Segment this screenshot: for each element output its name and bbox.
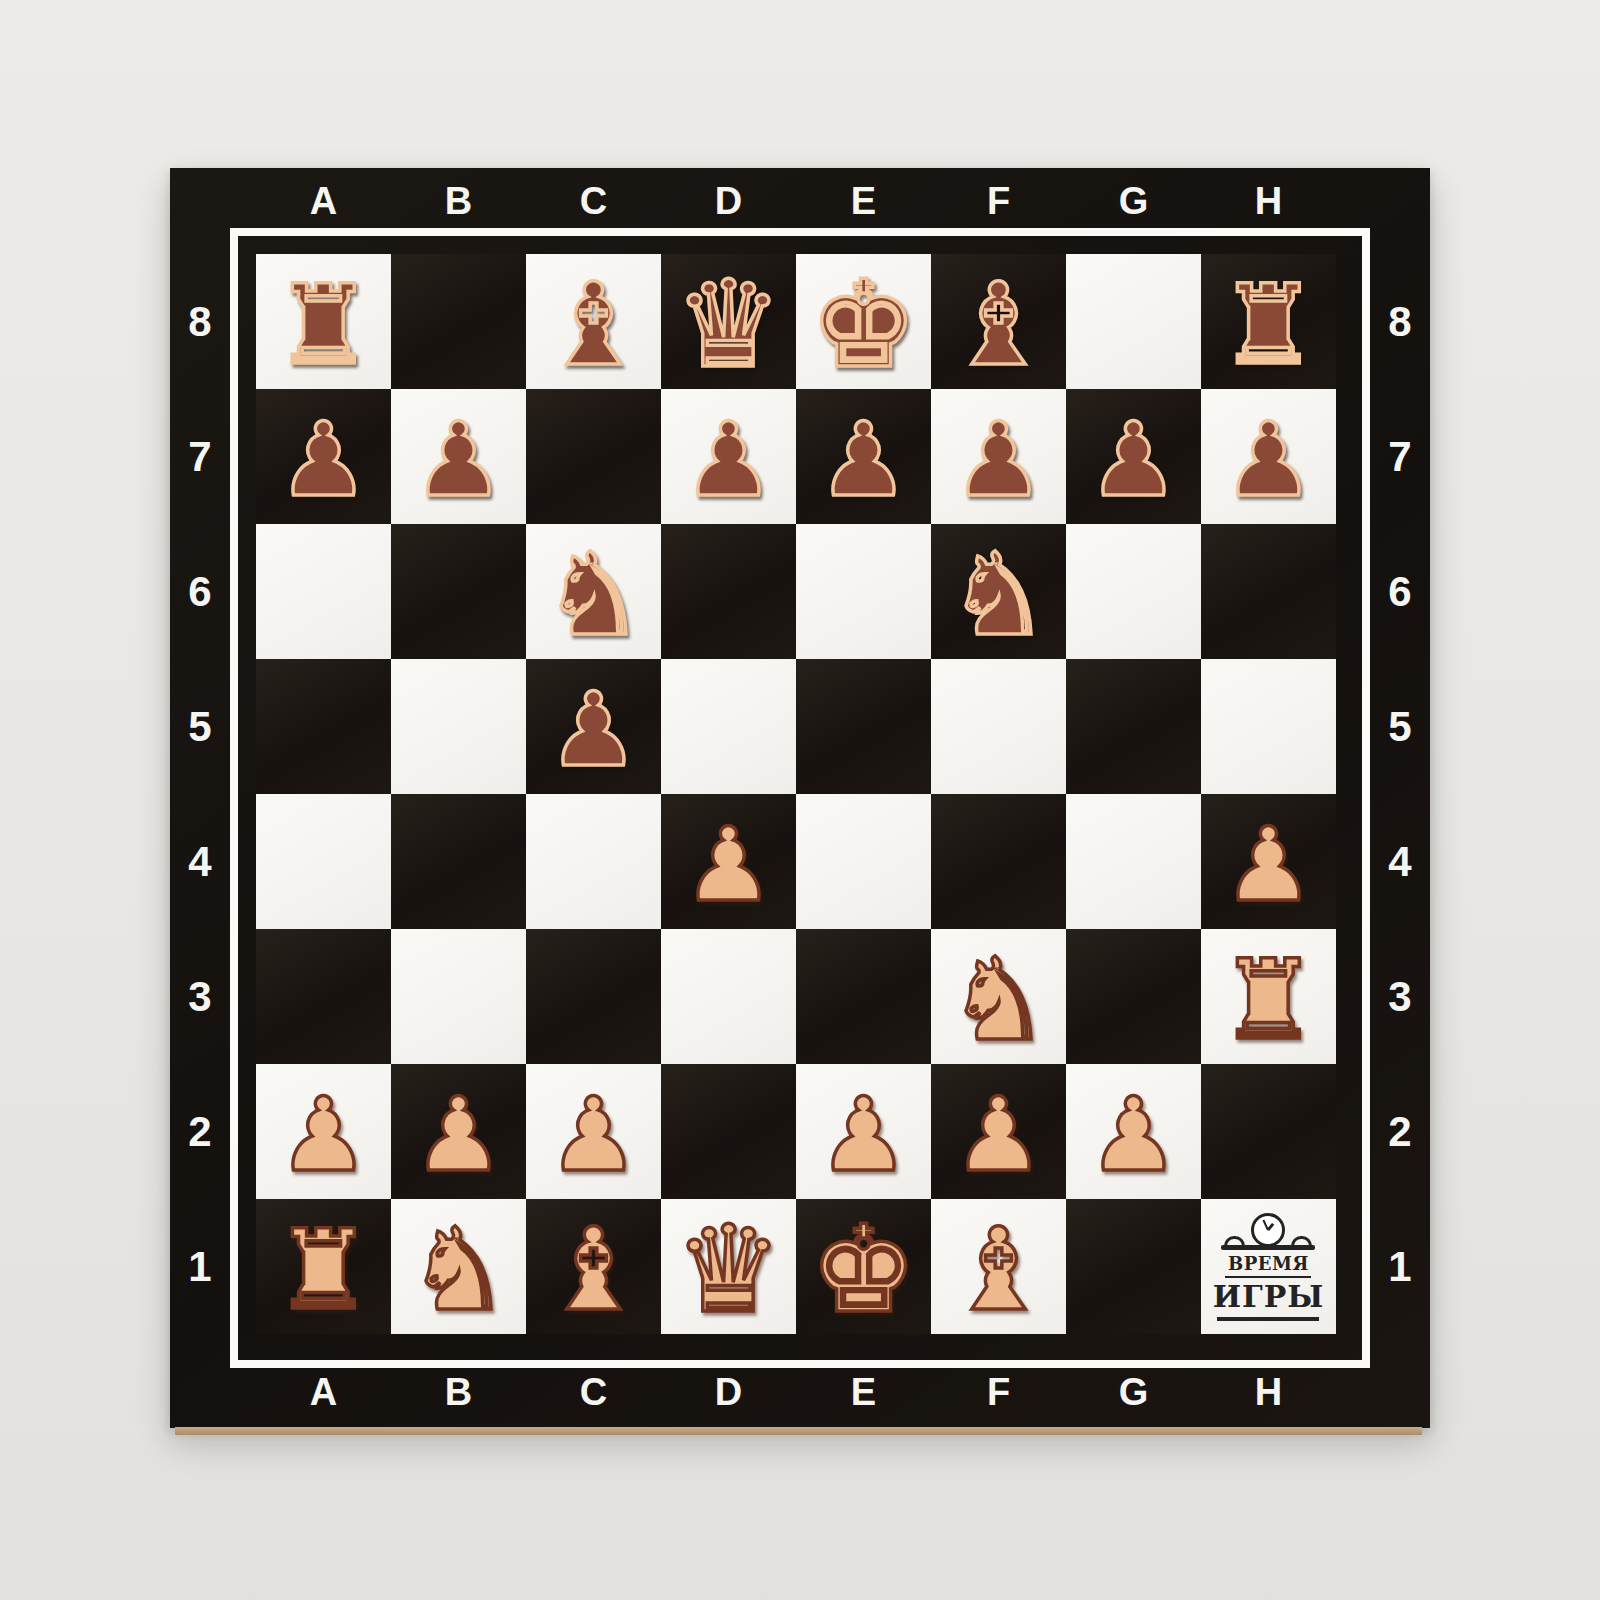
black-pawn: ♟ [683, 409, 774, 511]
square-c1[interactable]: ♝ [526, 1199, 661, 1334]
black-rook: ♜ [1219, 270, 1318, 380]
square-f3[interactable]: ♞ [931, 929, 1066, 1064]
square-c6[interactable]: ♞ [526, 524, 661, 659]
file-label-bottom-g: G [1066, 1364, 1201, 1420]
white-rook: ♜ [274, 1215, 373, 1325]
square-d8[interactable]: ♛ [661, 254, 796, 389]
photo-background: ABCDEFGH ABCDEFGH 87654321 87654321 ВРЕМ… [0, 0, 1600, 1600]
file-label-bottom-h: H [1201, 1364, 1336, 1420]
file-label-bottom-c: C [526, 1364, 661, 1420]
demonstration-chessboard: ABCDEFGH ABCDEFGH 87654321 87654321 ВРЕМ… [170, 168, 1430, 1428]
rank-label-left-2: 2 [170, 1064, 230, 1199]
square-a6[interactable] [256, 524, 391, 659]
file-label-bottom-d: D [661, 1364, 796, 1420]
black-knight: ♞ [542, 538, 644, 652]
black-rook: ♜ [274, 270, 373, 380]
square-g2[interactable]: ♟ [1066, 1064, 1201, 1199]
square-g8[interactable] [1066, 254, 1201, 389]
rank-label-right-4: 4 [1370, 794, 1430, 929]
square-a8[interactable]: ♜ [256, 254, 391, 389]
square-f7[interactable]: ♟ [931, 389, 1066, 524]
black-pawn: ♟ [1088, 409, 1179, 511]
square-h7[interactable]: ♟ [1201, 389, 1336, 524]
square-h2[interactable] [1201, 1064, 1336, 1199]
square-e4[interactable] [796, 794, 931, 929]
square-a5[interactable] [256, 659, 391, 794]
clock-icon [1251, 1213, 1285, 1247]
square-f8[interactable]: ♝ [931, 254, 1066, 389]
white-queen: ♛ [675, 1210, 783, 1330]
file-label-bottom-f: F [931, 1364, 1066, 1420]
square-f1[interactable]: ♝ [931, 1199, 1066, 1334]
square-e8[interactable]: ♚ [796, 254, 931, 389]
square-c8[interactable]: ♝ [526, 254, 661, 389]
rank-label-right-5: 5 [1370, 659, 1430, 794]
brand-name-line2: ИГРЫ [1213, 1279, 1325, 1314]
square-b3[interactable] [391, 929, 526, 1064]
file-label-top-e: E [796, 174, 931, 228]
brand-logo: ВРЕМЯ ИГРЫ [1201, 1199, 1336, 1334]
square-c7[interactable] [526, 389, 661, 524]
square-e7[interactable]: ♟ [796, 389, 931, 524]
file-label-top-d: D [661, 174, 796, 228]
square-h4[interactable]: ♟ [1201, 794, 1336, 929]
rank-label-left-4: 4 [170, 794, 230, 929]
square-h5[interactable] [1201, 659, 1336, 794]
black-pawn: ♟ [548, 679, 639, 781]
rank-label-right-7: 7 [1370, 389, 1430, 524]
black-bishop: ♝ [947, 268, 1049, 382]
rank-label-left-3: 3 [170, 929, 230, 1064]
file-label-bottom-e: E [796, 1364, 931, 1420]
white-pawn: ♟ [1223, 814, 1314, 916]
square-g4[interactable] [1066, 794, 1201, 929]
rank-label-right-3: 3 [1370, 929, 1430, 1064]
black-pawn: ♟ [278, 409, 369, 511]
file-label-top-b: B [391, 174, 526, 228]
square-a2[interactable]: ♟ [256, 1064, 391, 1199]
square-b7[interactable]: ♟ [391, 389, 526, 524]
square-c4[interactable] [526, 794, 661, 929]
file-label-top-g: G [1066, 174, 1201, 228]
square-c5[interactable]: ♟ [526, 659, 661, 794]
file-label-top-a: A [256, 174, 391, 228]
rank-labels-right: 87654321 [1370, 254, 1430, 1334]
white-pawn: ♟ [278, 1084, 369, 1186]
square-f5[interactable] [931, 659, 1066, 794]
square-e6[interactable] [796, 524, 931, 659]
square-b1[interactable]: ♞ [391, 1199, 526, 1334]
white-knight: ♞ [947, 943, 1049, 1057]
black-pawn: ♟ [953, 409, 1044, 511]
square-b6[interactable] [391, 524, 526, 659]
square-f6[interactable]: ♞ [931, 524, 1066, 659]
rank-label-left-6: 6 [170, 524, 230, 659]
square-h6[interactable] [1201, 524, 1336, 659]
square-c3[interactable] [526, 929, 661, 1064]
file-label-bottom-a: A [256, 1364, 391, 1420]
white-king: ♚ [810, 1210, 918, 1330]
black-king: ♚ [810, 265, 918, 385]
square-a3[interactable] [256, 929, 391, 1064]
square-e2[interactable]: ♟ [796, 1064, 931, 1199]
file-label-top-c: C [526, 174, 661, 228]
white-rook: ♜ [1219, 945, 1318, 1055]
white-knight: ♞ [407, 1213, 509, 1327]
square-f4[interactable] [931, 794, 1066, 929]
white-bishop: ♝ [542, 1213, 644, 1327]
white-pawn: ♟ [1088, 1084, 1179, 1186]
rank-label-right-2: 2 [1370, 1064, 1430, 1199]
square-a4[interactable] [256, 794, 391, 929]
rank-label-right-1: 1 [1370, 1199, 1430, 1334]
file-labels-bottom: ABCDEFGH [256, 1364, 1336, 1420]
square-e3[interactable] [796, 929, 931, 1064]
square-b2[interactable]: ♟ [391, 1064, 526, 1199]
square-b4[interactable] [391, 794, 526, 929]
square-e1[interactable]: ♚ [796, 1199, 931, 1334]
square-d5[interactable] [661, 659, 796, 794]
square-g3[interactable] [1066, 929, 1201, 1064]
square-d6[interactable] [661, 524, 796, 659]
black-bishop: ♝ [542, 268, 644, 382]
brand-name-line1: ВРЕМЯ [1228, 1253, 1309, 1274]
rank-label-left-1: 1 [170, 1199, 230, 1334]
square-h8[interactable]: ♜ [1201, 254, 1336, 389]
rank-label-right-6: 6 [1370, 524, 1430, 659]
square-d2[interactable] [661, 1064, 796, 1199]
square-c2[interactable]: ♟ [526, 1064, 661, 1199]
square-d3[interactable] [661, 929, 796, 1064]
black-knight: ♞ [947, 538, 1049, 652]
brand-logo-inner: ВРЕМЯ ИГРЫ [1213, 1213, 1325, 1321]
board-squares: ВРЕМЯ ИГРЫ ♜♝♛♚♝♜♟♟♟♟♟♟♟♞♞♟♟♟♞♜♟♟♟♟♟♟♜♞♝… [256, 254, 1336, 1334]
logo-base-ornament [1217, 1317, 1319, 1321]
black-queen: ♛ [675, 265, 783, 385]
square-f2[interactable]: ♟ [931, 1064, 1066, 1199]
white-pawn: ♟ [548, 1084, 639, 1186]
file-label-bottom-b: B [391, 1364, 526, 1420]
square-b5[interactable] [391, 659, 526, 794]
file-label-top-h: H [1201, 174, 1336, 228]
square-g5[interactable] [1066, 659, 1201, 794]
rank-labels-left: 87654321 [170, 254, 230, 1334]
rank-label-right-8: 8 [1370, 254, 1430, 389]
rank-label-left-5: 5 [170, 659, 230, 794]
rank-label-left-8: 8 [170, 254, 230, 389]
black-pawn: ♟ [1223, 409, 1314, 511]
file-label-top-f: F [931, 174, 1066, 228]
square-b8[interactable] [391, 254, 526, 389]
square-e5[interactable] [796, 659, 931, 794]
square-d4[interactable]: ♟ [661, 794, 796, 929]
square-g1[interactable] [1066, 1199, 1201, 1334]
square-g6[interactable] [1066, 524, 1201, 659]
square-g7[interactable]: ♟ [1066, 389, 1201, 524]
white-pawn: ♟ [953, 1084, 1044, 1186]
white-pawn: ♟ [818, 1084, 909, 1186]
square-a7[interactable]: ♟ [256, 389, 391, 524]
white-bishop: ♝ [947, 1213, 1049, 1327]
rank-label-left-7: 7 [170, 389, 230, 524]
white-pawn: ♟ [413, 1084, 504, 1186]
file-labels-top: ABCDEFGH [256, 174, 1336, 228]
square-a1[interactable]: ♜ [256, 1199, 391, 1334]
logo-divider [1225, 1276, 1311, 1278]
square-h3[interactable]: ♜ [1201, 929, 1336, 1064]
square-d7[interactable]: ♟ [661, 389, 796, 524]
square-d1[interactable]: ♛ [661, 1199, 796, 1334]
black-pawn: ♟ [413, 409, 504, 511]
white-pawn: ♟ [683, 814, 774, 916]
black-pawn: ♟ [818, 409, 909, 511]
